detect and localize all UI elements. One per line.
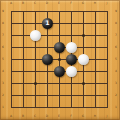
intersection-F5[interactable] [65,53,77,65]
intersection-C3[interactable] [29,77,41,89]
coord-label: 2 [115,94,118,97]
intersection-E9[interactable] [53,5,65,17]
intersection-E5[interactable] [53,53,65,65]
white-stone-f6[interactable] [66,42,77,53]
intersection-B1[interactable] [17,101,29,113]
intersection-J2[interactable] [101,89,113,101]
intersection-J4[interactable] [101,65,113,77]
coord-label: G [82,115,85,118]
intersection-A5[interactable] [5,53,17,65]
intersection-D1[interactable] [41,101,53,113]
intersection-B8[interactable] [17,17,29,29]
intersection-D5[interactable] [41,53,53,65]
intersection-C5[interactable] [29,53,41,65]
intersection-B9[interactable] [17,5,29,17]
intersection-F7[interactable] [65,29,77,41]
intersection-G6[interactable] [77,41,89,53]
move-number-label: 1 [45,20,49,26]
intersection-E8[interactable] [53,17,65,29]
intersection-C4[interactable] [29,65,41,77]
intersection-B5[interactable] [17,53,29,65]
coord-label: C [34,115,37,118]
intersection-H6[interactable] [89,41,101,53]
intersection-H5[interactable] [89,53,101,65]
intersection-C7[interactable] [29,29,41,41]
coord-label: 9 [115,10,118,13]
intersection-H1[interactable] [89,101,101,113]
coord-label: 7 [115,34,118,37]
intersection-J8[interactable] [101,17,113,29]
coord-label: D [46,115,49,118]
black-stone-d5[interactable] [42,54,53,65]
coord-label: 1 [115,106,118,109]
coord-label: A [10,115,13,118]
intersection-A3[interactable] [5,77,17,89]
intersection-D3[interactable] [41,77,53,89]
intersection-J7[interactable] [101,29,113,41]
intersection-E2[interactable] [53,89,65,101]
intersection-H2[interactable] [89,89,101,101]
white-stone-g5[interactable] [78,54,89,65]
intersection-F4[interactable] [65,65,77,77]
intersection-J6[interactable] [101,41,113,53]
intersection-E3[interactable] [53,77,65,89]
intersection-A4[interactable] [5,65,17,77]
coord-label: 8 [115,22,118,25]
intersection-C8[interactable] [29,17,41,29]
intersection-G2[interactable] [77,89,89,101]
intersection-A9[interactable] [5,5,17,17]
intersection-E7[interactable] [53,29,65,41]
black-stone-f5[interactable] [66,54,77,65]
intersection-B6[interactable] [17,41,29,53]
intersection-G9[interactable] [77,5,89,17]
intersection-B7[interactable] [17,29,29,41]
intersection-H8[interactable] [89,17,101,29]
intersection-B3[interactable] [17,77,29,89]
intersection-B4[interactable] [17,65,29,77]
star-point [58,58,61,61]
intersection-G5[interactable] [77,53,89,65]
black-stone-e6[interactable] [54,42,65,53]
intersection-G4[interactable] [77,65,89,77]
board-grid: 1 [5,5,113,113]
intersection-A6[interactable] [5,41,17,53]
intersection-G3[interactable] [77,77,89,89]
star-point [82,82,85,85]
intersection-J9[interactable] [101,5,113,17]
intersection-D6[interactable] [41,41,53,53]
intersection-D7[interactable] [41,29,53,41]
intersection-E1[interactable] [53,101,65,113]
star-point [34,82,37,85]
intersection-C2[interactable] [29,89,41,101]
intersection-D9[interactable] [41,5,53,17]
black-stone-e4[interactable] [54,66,65,77]
intersection-E4[interactable] [53,65,65,77]
intersection-G7[interactable] [77,29,89,41]
intersection-F1[interactable] [65,101,77,113]
intersection-G8[interactable] [77,17,89,29]
coord-label: 6 [115,46,118,49]
intersection-A1[interactable] [5,101,17,113]
intersection-G1[interactable] [77,101,89,113]
intersection-A7[interactable] [5,29,17,41]
intersection-A8[interactable] [5,17,17,29]
intersection-H3[interactable] [89,77,101,89]
intersection-H7[interactable] [89,29,101,41]
intersection-B2[interactable] [17,89,29,101]
intersection-F3[interactable] [65,77,77,89]
intersection-H9[interactable] [89,5,101,17]
coord-label: 4 [115,70,118,73]
coord-label: J [106,115,109,118]
intersection-H4[interactable] [89,65,101,77]
white-stone-f4[interactable] [66,66,77,77]
intersection-F8[interactable] [65,17,77,29]
intersection-D8[interactable]: 1 [41,17,53,29]
intersection-C1[interactable] [29,101,41,113]
coord-label: B [22,115,25,118]
white-stone-c7[interactable] [30,30,41,41]
coord-label: F [70,115,73,118]
go-diagram: AA99BB88CC77DD66EE55FF44GG33HH22JJ11 1 [0,0,120,120]
intersection-F2[interactable] [65,89,77,101]
intersection-F9[interactable] [65,5,77,17]
intersection-D2[interactable] [41,89,53,101]
intersection-C6[interactable] [29,41,41,53]
go-board[interactable]: AA99BB88CC77DD66EE55FF44GG33HH22JJ11 1 [0,0,120,120]
intersection-C9[interactable] [29,5,41,17]
coord-label: H [94,115,97,118]
intersection-D4[interactable] [41,65,53,77]
intersection-A2[interactable] [5,89,17,101]
coord-label: 5 [115,58,118,61]
intersection-J1[interactable] [101,101,113,113]
intersection-J5[interactable] [101,53,113,65]
intersection-J3[interactable] [101,77,113,89]
coord-label: E [58,115,61,118]
star-point [82,34,85,37]
intersection-E6[interactable] [53,41,65,53]
intersection-F6[interactable] [65,41,77,53]
black-stone-d8[interactable]: 1 [42,18,53,29]
coord-label: 3 [115,82,118,85]
